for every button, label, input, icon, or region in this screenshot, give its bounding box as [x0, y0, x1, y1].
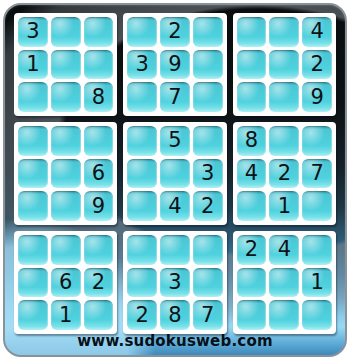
cell-r1c8[interactable]	[269, 17, 299, 47]
cell-r3c6[interactable]	[193, 82, 223, 112]
cell-r5c1[interactable]	[18, 159, 48, 189]
cell-r1c9: 4	[302, 17, 332, 47]
cell-r9c1[interactable]	[18, 300, 48, 330]
cell-r9c4: 2	[127, 300, 157, 330]
cell-r6c6: 2	[193, 191, 223, 221]
cell-r2c3[interactable]	[84, 50, 114, 80]
cell-r1c6[interactable]	[193, 17, 223, 47]
cell-r4c7: 8	[237, 126, 267, 156]
board-frame: 3182397429695342842716213287241 www.sudo…	[3, 3, 347, 357]
cell-r7c4[interactable]	[127, 235, 157, 265]
cell-r5c6: 3	[193, 159, 223, 189]
cell-r8c7[interactable]	[237, 268, 267, 298]
cell-r5c8: 2	[269, 159, 299, 189]
cell-r4c1[interactable]	[18, 126, 48, 156]
cell-r2c8[interactable]	[269, 50, 299, 80]
cell-r6c5: 4	[160, 191, 190, 221]
box-r2c2: 5342	[123, 122, 226, 225]
cell-r2c1: 1	[18, 50, 48, 80]
cell-r1c5: 2	[160, 17, 190, 47]
cell-r3c2[interactable]	[51, 82, 81, 112]
cell-r8c9: 1	[302, 268, 332, 298]
box-r3c3: 241	[233, 231, 336, 334]
cell-r5c3: 6	[84, 159, 114, 189]
cell-r7c9[interactable]	[302, 235, 332, 265]
box-r2c1: 69	[14, 122, 117, 225]
cell-r8c6[interactable]	[193, 268, 223, 298]
cell-r7c3[interactable]	[84, 235, 114, 265]
cell-r6c9[interactable]	[302, 191, 332, 221]
cell-r2c9: 2	[302, 50, 332, 80]
cell-r2c4: 3	[127, 50, 157, 80]
cell-r3c7[interactable]	[237, 82, 267, 112]
box-r1c1: 318	[14, 13, 117, 116]
cell-r4c3[interactable]	[84, 126, 114, 156]
cell-r6c3: 9	[84, 191, 114, 221]
cell-r9c2: 1	[51, 300, 81, 330]
cell-r5c5[interactable]	[160, 159, 190, 189]
cell-r3c9: 9	[302, 82, 332, 112]
cell-r6c7[interactable]	[237, 191, 267, 221]
cell-r1c7[interactable]	[237, 17, 267, 47]
cell-r4c4[interactable]	[127, 126, 157, 156]
box-r1c2: 2397	[123, 13, 226, 116]
cell-r2c5: 9	[160, 50, 190, 80]
cell-r3c1[interactable]	[18, 82, 48, 112]
cell-r4c8[interactable]	[269, 126, 299, 156]
cell-r1c2[interactable]	[51, 17, 81, 47]
site-url: www.sudokusweb.com	[5, 332, 345, 350]
cell-r3c3: 8	[84, 82, 114, 112]
cell-r7c5[interactable]	[160, 235, 190, 265]
box-r2c3: 84271	[233, 122, 336, 225]
cell-r5c4[interactable]	[127, 159, 157, 189]
cell-r6c8: 1	[269, 191, 299, 221]
box-r3c1: 621	[14, 231, 117, 334]
cell-r9c3[interactable]	[84, 300, 114, 330]
cell-r3c8[interactable]	[269, 82, 299, 112]
cell-r8c5: 3	[160, 268, 190, 298]
cell-r7c8: 4	[269, 235, 299, 265]
cell-r4c6[interactable]	[193, 126, 223, 156]
cell-r9c6: 7	[193, 300, 223, 330]
cell-r5c7: 4	[237, 159, 267, 189]
cell-r1c3[interactable]	[84, 17, 114, 47]
cell-r4c2[interactable]	[51, 126, 81, 156]
cell-r4c5: 5	[160, 126, 190, 156]
cell-r3c5: 7	[160, 82, 190, 112]
cell-r9c7[interactable]	[237, 300, 267, 330]
cell-r3c4[interactable]	[127, 82, 157, 112]
cell-r7c1[interactable]	[18, 235, 48, 265]
cell-r4c9[interactable]	[302, 126, 332, 156]
cell-r7c2[interactable]	[51, 235, 81, 265]
cell-r1c4[interactable]	[127, 17, 157, 47]
cell-r9c9[interactable]	[302, 300, 332, 330]
cell-r8c1[interactable]	[18, 268, 48, 298]
cell-r1c1: 3	[18, 17, 48, 47]
cell-r7c6[interactable]	[193, 235, 223, 265]
cell-r8c2: 6	[51, 268, 81, 298]
cell-r8c3: 2	[84, 268, 114, 298]
cell-r9c5: 8	[160, 300, 190, 330]
cell-r8c8[interactable]	[269, 268, 299, 298]
cell-r6c2[interactable]	[51, 191, 81, 221]
cell-r5c2[interactable]	[51, 159, 81, 189]
sudoku-board: 3182397429695342842716213287241	[14, 13, 336, 334]
cell-r5c9: 7	[302, 159, 332, 189]
cell-r9c8[interactable]	[269, 300, 299, 330]
cell-r7c7: 2	[237, 235, 267, 265]
cell-r2c6[interactable]	[193, 50, 223, 80]
box-r3c2: 3287	[123, 231, 226, 334]
cell-r6c1[interactable]	[18, 191, 48, 221]
box-r1c3: 429	[233, 13, 336, 116]
cell-r6c4[interactable]	[127, 191, 157, 221]
cell-r2c7[interactable]	[237, 50, 267, 80]
cell-r2c2[interactable]	[51, 50, 81, 80]
cell-r8c4[interactable]	[127, 268, 157, 298]
